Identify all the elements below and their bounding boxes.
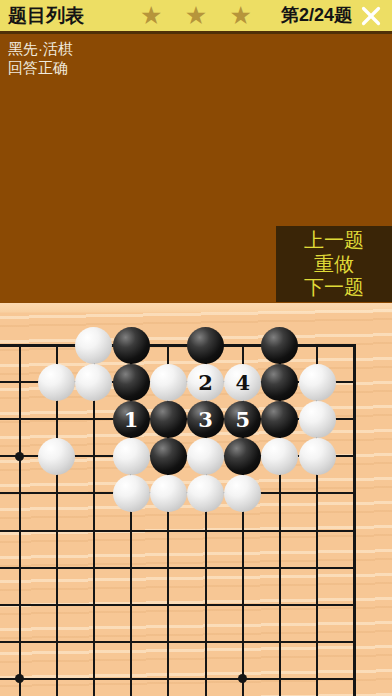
grid-line-horizontal	[0, 530, 356, 532]
black-stone	[187, 327, 224, 364]
white-stone	[150, 364, 187, 401]
answer-result-label: 回答正确	[8, 58, 73, 77]
go-board[interactable]: 24135	[0, 303, 392, 696]
close-icon[interactable]	[360, 5, 382, 27]
black-stone	[150, 401, 187, 438]
problem-status: 黑先·活棋 回答正确	[8, 39, 73, 77]
move-number-label: 4	[235, 372, 250, 393]
white-stone	[299, 401, 336, 438]
white-stone	[113, 438, 150, 475]
white-stone	[299, 364, 336, 401]
nav-panel: 上一题 重做 下一题	[276, 226, 392, 302]
problem-list-button[interactable]: 题目列表	[8, 0, 84, 31]
grid-line-horizontal	[0, 604, 356, 606]
white-stone: 2	[187, 364, 224, 401]
grid-line-vertical	[353, 344, 356, 696]
white-stone	[299, 438, 336, 475]
prev-problem-button[interactable]: 上一题	[276, 229, 392, 252]
problem-info-area: 黑先·活棋 回答正确 上一题 重做 下一题	[0, 34, 392, 303]
black-stone: 5	[224, 401, 261, 438]
grid-line-horizontal	[0, 567, 356, 569]
redo-button[interactable]: 重做	[276, 253, 392, 276]
white-stone	[113, 475, 150, 512]
white-stone	[38, 438, 75, 475]
move-number-label: 1	[124, 409, 139, 430]
black-stone	[113, 327, 150, 364]
white-stone	[261, 438, 298, 475]
black-stone	[261, 401, 298, 438]
grid-line-horizontal	[0, 678, 356, 680]
app-screen: 题目列表 ★★★ 第2/24题 黑先·活棋 回答正确 上一题 重做 下一题 24…	[0, 0, 392, 696]
top-bar: 题目列表 ★★★ 第2/24题	[0, 0, 392, 31]
black-stone	[224, 438, 261, 475]
next-problem-button[interactable]: 下一题	[276, 276, 392, 299]
move-number-label: 5	[235, 409, 250, 430]
white-stone	[75, 364, 112, 401]
problem-task-label: 黑先·活棋	[8, 39, 73, 58]
grid-line-vertical	[19, 344, 21, 696]
black-stone	[150, 438, 187, 475]
problem-counter: 第2/24题	[281, 0, 352, 31]
black-stone: 1	[113, 401, 150, 438]
white-stone	[224, 475, 261, 512]
grid-line-horizontal	[0, 344, 356, 347]
move-number-label: 2	[198, 372, 213, 393]
white-stone	[150, 475, 187, 512]
black-stone	[113, 364, 150, 401]
white-stone	[75, 327, 112, 364]
black-stone	[261, 364, 298, 401]
star-icon: ★	[230, 0, 252, 30]
move-number-label: 3	[198, 409, 213, 430]
star-point	[15, 452, 24, 461]
black-stone: 3	[187, 401, 224, 438]
star-point	[238, 674, 247, 683]
star-icon: ★	[140, 0, 162, 30]
grid-line-horizontal	[0, 641, 356, 643]
white-stone	[38, 364, 75, 401]
difficulty-star-rating: ★★★	[140, 0, 252, 30]
black-stone	[261, 327, 298, 364]
white-stone: 4	[224, 364, 261, 401]
star-point	[15, 674, 24, 683]
white-stone	[187, 475, 224, 512]
white-stone	[187, 438, 224, 475]
star-icon: ★	[185, 0, 207, 30]
